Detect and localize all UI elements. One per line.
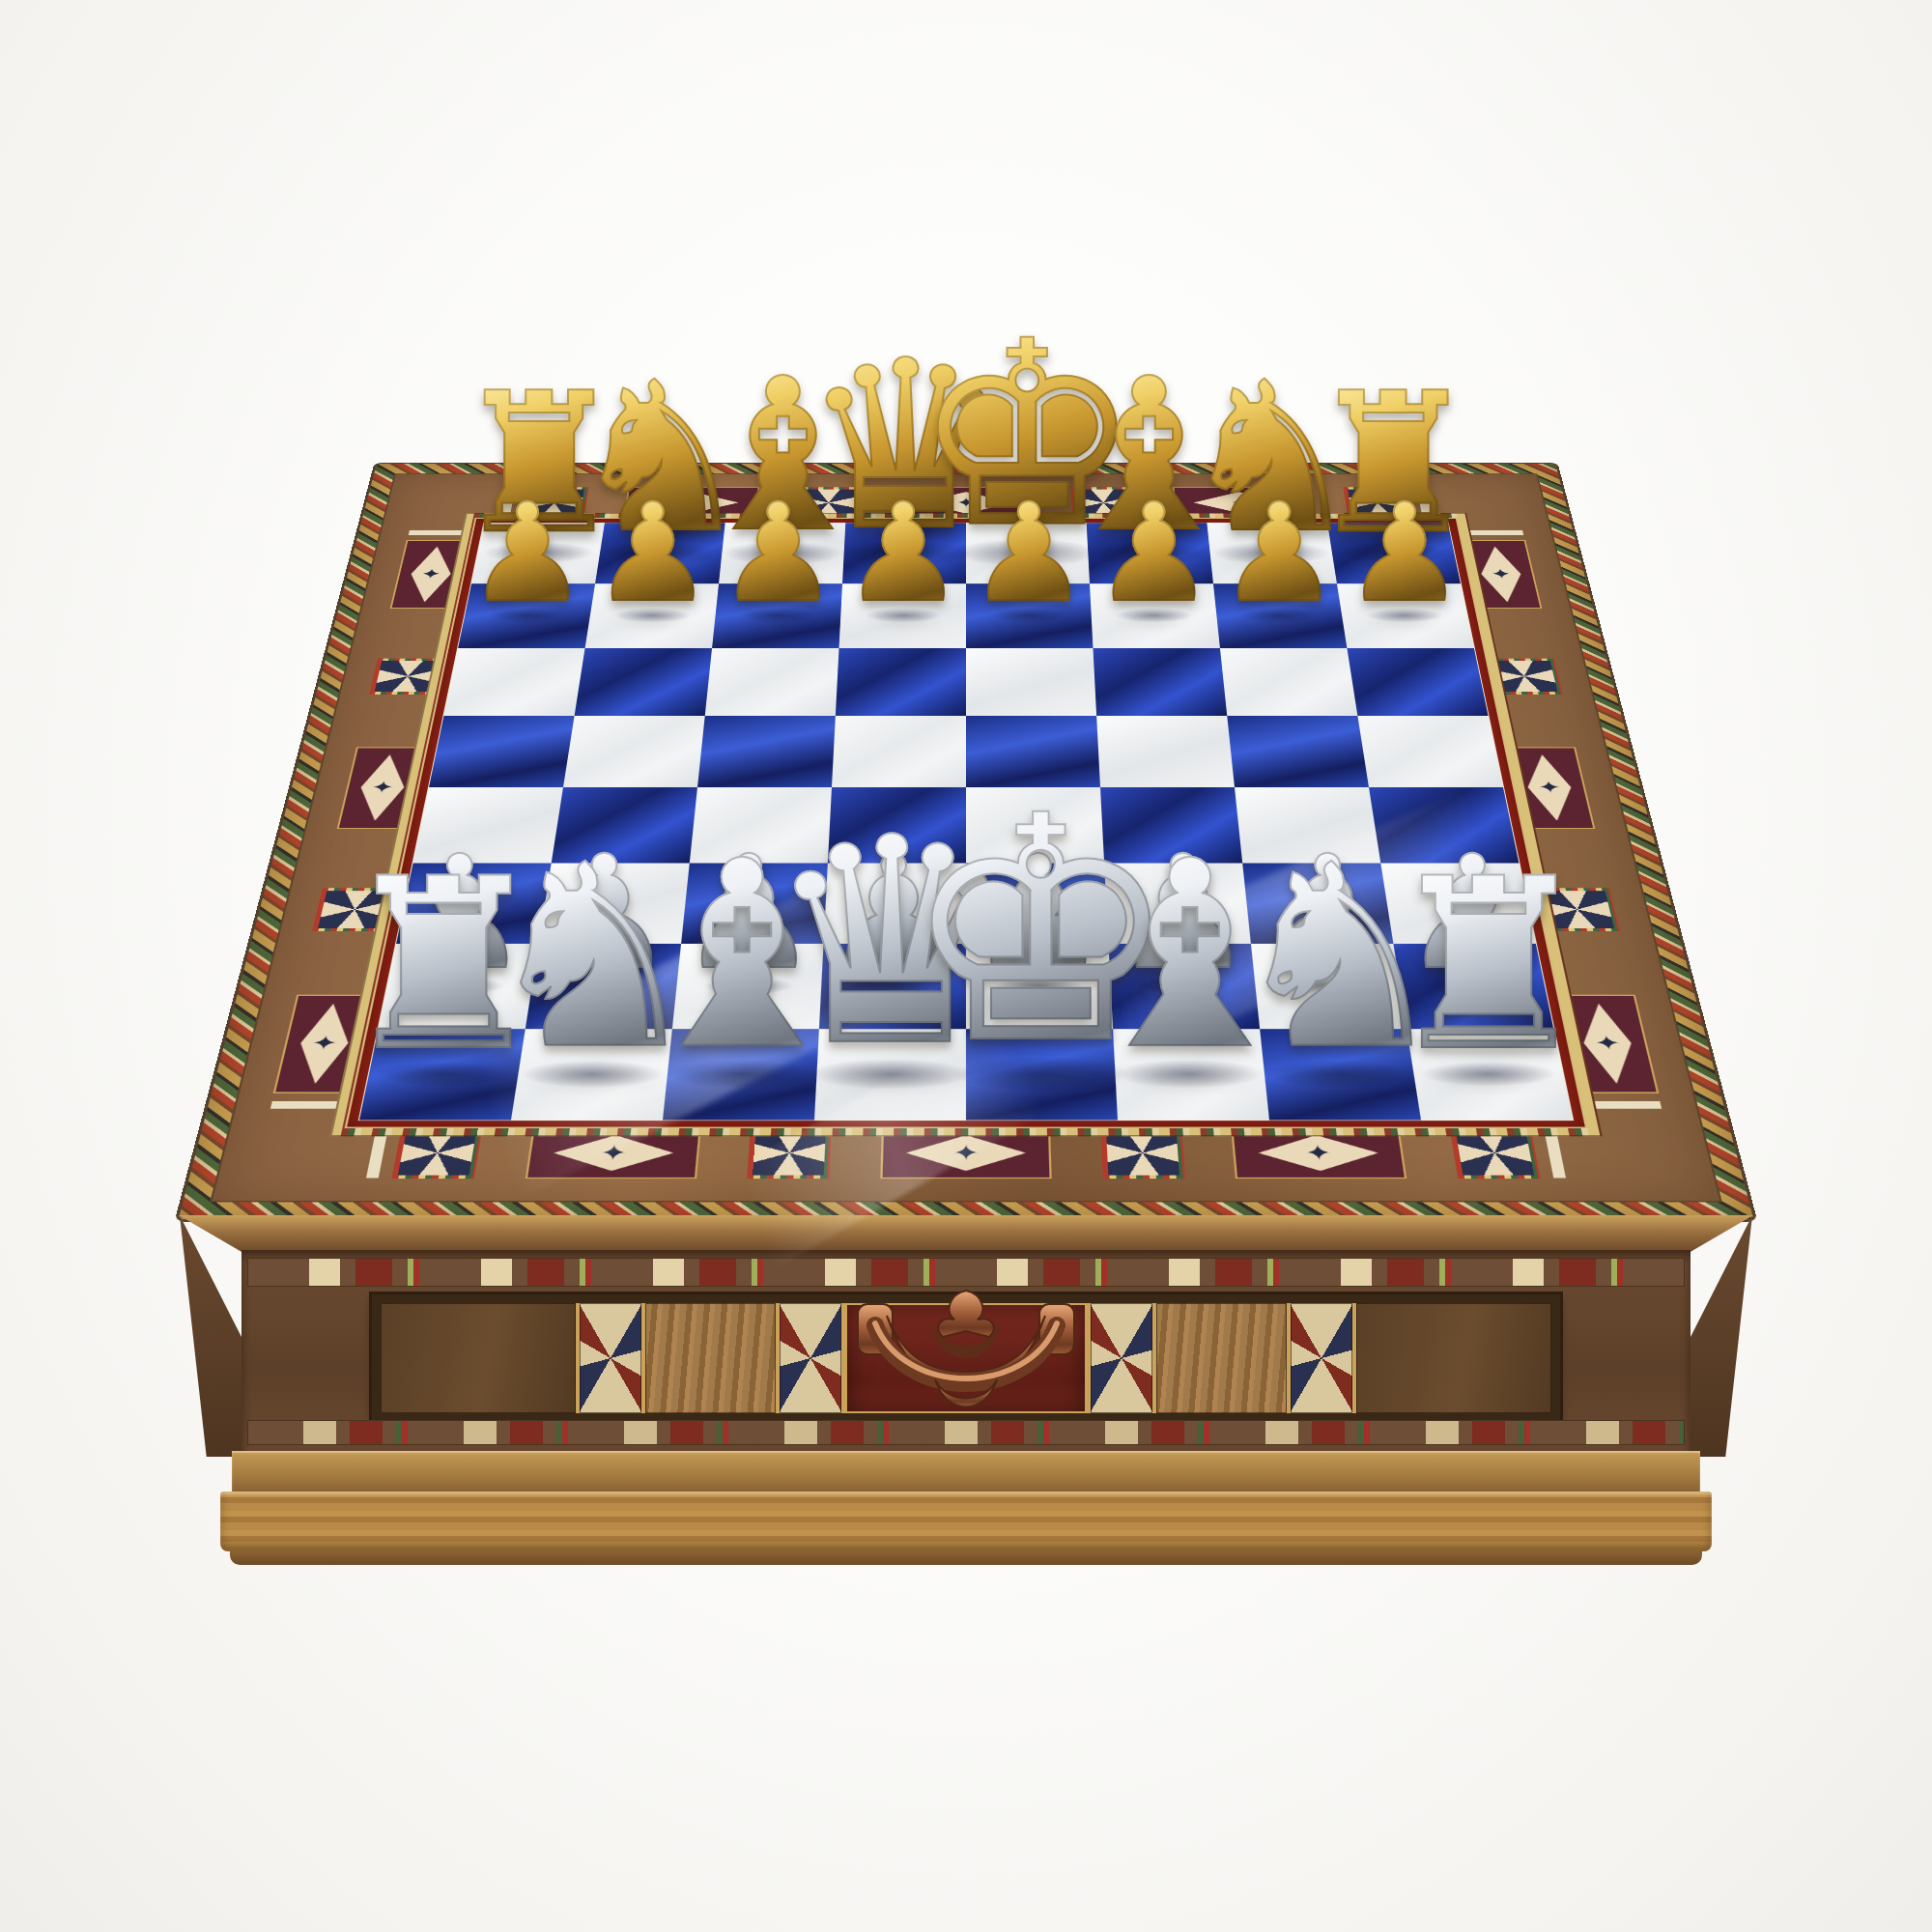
star-motif-icon: ✦ — [1592, 1034, 1623, 1053]
square-e2[interactable] — [966, 944, 1113, 1030]
square-c3[interactable] — [681, 864, 828, 944]
square-h7[interactable] — [1337, 583, 1474, 647]
product-photo-scene: Overhead-front product photo of a Roman-… — [0, 0, 1932, 1932]
base-molding-foot — [230, 1551, 1702, 1565]
square-h2[interactable] — [1393, 944, 1553, 1030]
square-b3[interactable] — [539, 864, 690, 944]
base-molding-main — [220, 1492, 1712, 1551]
drawer-oak-panel — [645, 1303, 776, 1413]
square-f6[interactable] — [1093, 648, 1227, 716]
square-b7[interactable] — [585, 583, 719, 647]
drawer-panel-right — [1356, 1303, 1551, 1413]
square-a7[interactable] — [458, 583, 595, 647]
star-motif-icon: ✦ — [955, 497, 977, 509]
chess-board-top: ✦✦✦ ✦✦✦ ✦✦✦ ✦✦✦ — [179, 464, 1754, 1219]
square-e4[interactable] — [966, 787, 1104, 864]
square-f2[interactable] — [1108, 944, 1260, 1030]
square-g1[interactable] — [1260, 1029, 1421, 1120]
square-d6[interactable] — [836, 648, 966, 716]
star-motif-icon: ✦ — [309, 1034, 340, 1053]
square-e1[interactable] — [966, 1029, 1118, 1120]
square-h5[interactable] — [1357, 716, 1503, 787]
square-b1[interactable] — [511, 1029, 672, 1120]
square-f8[interactable] — [1087, 523, 1213, 583]
square-e8[interactable] — [966, 523, 1090, 583]
box-front-bevel — [179, 1215, 1753, 1252]
square-h6[interactable] — [1347, 648, 1488, 716]
drawer-mosaic-tile — [1287, 1303, 1356, 1413]
square-f3[interactable] — [1104, 864, 1251, 944]
square-g5[interactable] — [1227, 716, 1369, 787]
drawer-handle-icon — [821, 1287, 1111, 1432]
star-motif-icon: ✦ — [1489, 567, 1514, 581]
square-a2[interactable] — [379, 944, 539, 1030]
star-motif-icon: ✦ — [418, 567, 443, 581]
square-c2[interactable] — [672, 944, 824, 1030]
box-side-left — [180, 1215, 243, 1457]
square-a5[interactable] — [429, 716, 575, 787]
square-e6[interactable] — [966, 648, 1096, 716]
star-motif-icon: ✦ — [952, 1143, 980, 1163]
square-d5[interactable] — [832, 716, 966, 787]
drawer-mosaic-tile — [576, 1303, 645, 1413]
square-g2[interactable] — [1251, 944, 1406, 1030]
square-d3[interactable] — [824, 864, 966, 944]
square-b2[interactable] — [526, 944, 681, 1030]
base-molding-upper — [232, 1451, 1700, 1492]
square-g3[interactable] — [1242, 864, 1393, 944]
box-front — [241, 1250, 1690, 1451]
square-h1[interactable] — [1406, 1029, 1573, 1120]
square-g6[interactable] — [1220, 648, 1357, 716]
square-c1[interactable] — [663, 1029, 819, 1120]
square-d7[interactable] — [839, 583, 966, 647]
square-f4[interactable] — [1100, 787, 1242, 864]
star-motif-icon: ✦ — [1303, 1143, 1333, 1163]
square-e3[interactable] — [966, 864, 1108, 944]
square-a8[interactable] — [471, 523, 605, 583]
square-b6[interactable] — [575, 648, 712, 716]
square-c6[interactable] — [705, 648, 839, 716]
square-c5[interactable] — [697, 716, 836, 787]
square-g4[interactable] — [1235, 787, 1380, 864]
square-e5[interactable] — [966, 716, 1100, 787]
square-h8[interactable] — [1327, 523, 1461, 583]
star-motif-icon: ✦ — [1536, 780, 1564, 795]
square-d2[interactable] — [819, 944, 966, 1030]
square-b5[interactable] — [563, 716, 705, 787]
star-motif-icon: ✦ — [599, 1143, 629, 1163]
square-g8[interactable] — [1207, 523, 1337, 583]
square-a1[interactable] — [359, 1029, 526, 1120]
drawer-oak-panel — [1156, 1303, 1287, 1413]
square-e7[interactable] — [966, 583, 1093, 647]
chessboard-grid — [359, 523, 1573, 1120]
square-g7[interactable] — [1213, 583, 1347, 647]
star-motif-icon: ✦ — [680, 497, 703, 509]
square-c4[interactable] — [690, 787, 832, 864]
square-c7[interactable] — [712, 583, 842, 647]
box-side-right — [1689, 1215, 1752, 1457]
square-d8[interactable] — [842, 523, 966, 583]
square-c8[interactable] — [719, 523, 845, 583]
box-base — [220, 1451, 1712, 1565]
drawer-panel-left — [381, 1303, 576, 1413]
square-d1[interactable] — [814, 1029, 966, 1120]
border-stripe-band: ✦✦✦ ✦✦✦ ✦✦✦ ✦✦✦ — [179, 464, 1754, 1219]
square-a4[interactable] — [413, 787, 563, 864]
front-inlay-band-upper — [247, 1258, 1685, 1287]
square-f7[interactable] — [1090, 583, 1220, 647]
square-f1[interactable] — [1113, 1029, 1269, 1120]
star-motif-icon: ✦ — [1229, 497, 1252, 509]
drawer-handle[interactable] — [821, 1287, 1111, 1432]
square-a6[interactable] — [443, 648, 584, 716]
square-b8[interactable] — [595, 523, 725, 583]
square-h3[interactable] — [1380, 864, 1536, 944]
star-motif-icon: ✦ — [369, 780, 397, 795]
square-a3[interactable] — [396, 864, 552, 944]
square-h4[interactable] — [1369, 787, 1519, 864]
square-f5[interactable] — [1096, 716, 1235, 787]
square-d4[interactable] — [828, 787, 966, 864]
square-b4[interactable] — [552, 787, 697, 864]
